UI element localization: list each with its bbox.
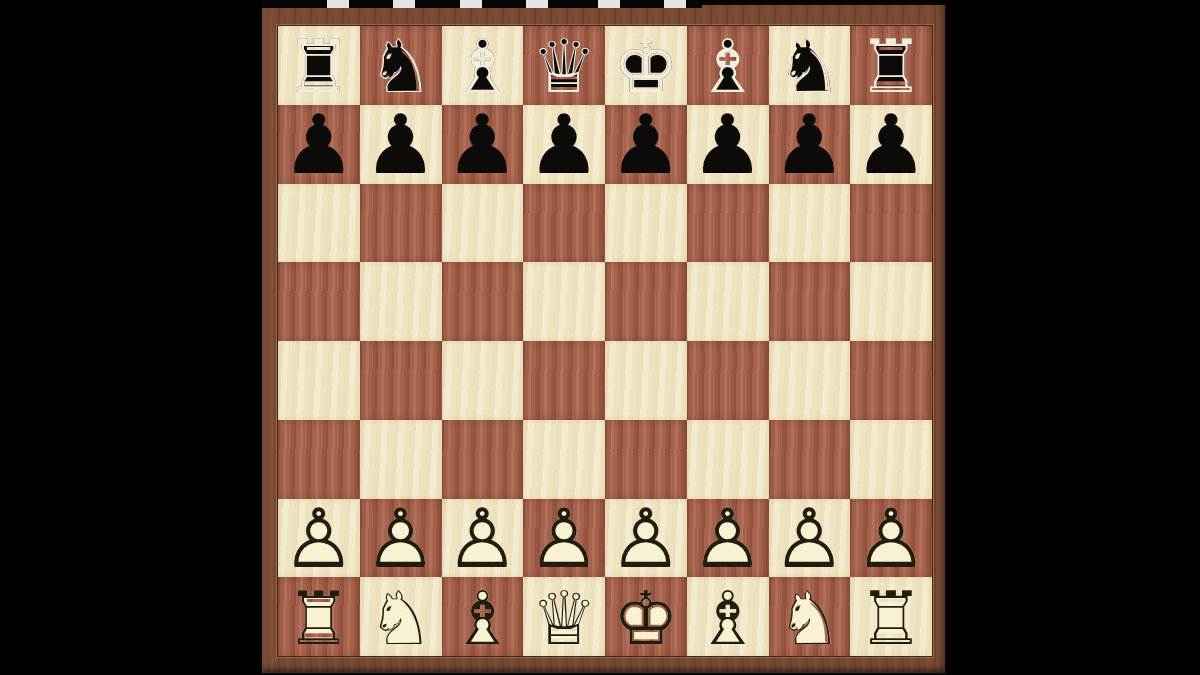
black-king-outline-icon: ♔: [605, 27, 687, 106]
square-d7[interactable]: ♟: [523, 105, 605, 184]
white-knight[interactable]: ♞♘: [769, 577, 851, 656]
black-pawn[interactable]: ♟: [360, 105, 442, 184]
white-bishop-outline-icon: ♗: [442, 578, 524, 657]
black-pawn[interactable]: ♟: [523, 105, 605, 184]
square-d1[interactable]: ♛♕: [523, 577, 605, 656]
square-c3[interactable]: [442, 420, 524, 499]
black-pawn-icon: ♟: [360, 106, 442, 185]
square-e2[interactable]: ♟♙: [605, 499, 687, 578]
square-b1[interactable]: ♞♘: [360, 577, 442, 656]
board-frame: ♜♖♞♘♝♗♛♕♚♔♝♗♞♘♜♖♟♟♟♟♟♟♟♟♟♙♟♙♟♙♟♙♟♙♟♙♟♙♟♙…: [262, 5, 945, 673]
square-e1[interactable]: ♚♔: [605, 577, 687, 656]
square-g8[interactable]: ♞♘: [769, 26, 851, 105]
white-pawn[interactable]: ♟♙: [769, 499, 851, 578]
white-rook-outline-icon: ♖: [850, 578, 932, 657]
white-bishop-outline-icon: ♗: [687, 578, 769, 657]
white-rook[interactable]: ♜♖: [278, 577, 360, 656]
black-pawn-icon: ♟: [850, 106, 932, 185]
black-bishop-outline-icon: ♗: [687, 27, 769, 106]
white-rook[interactable]: ♜♖: [850, 577, 932, 656]
square-h8[interactable]: ♜♖: [850, 26, 932, 105]
white-pawn-outline-icon: ♙: [605, 500, 687, 579]
white-rook-outline-icon: ♖: [278, 578, 360, 657]
square-c8[interactable]: ♝♗: [442, 26, 524, 105]
white-pawn[interactable]: ♟♙: [442, 499, 524, 578]
square-d5[interactable]: [523, 262, 605, 341]
square-h6[interactable]: [850, 184, 932, 263]
square-c5[interactable]: [442, 262, 524, 341]
square-h1[interactable]: ♜♖: [850, 577, 932, 656]
white-pawn[interactable]: ♟♙: [605, 499, 687, 578]
square-e5[interactable]: [605, 262, 687, 341]
white-pawn-outline-icon: ♙: [687, 500, 769, 579]
square-b6[interactable]: [360, 184, 442, 263]
square-e4[interactable]: [605, 341, 687, 420]
square-c2[interactable]: ♟♙: [442, 499, 524, 578]
square-a1[interactable]: ♜♖: [278, 577, 360, 656]
white-pawn-outline-icon: ♙: [360, 500, 442, 579]
square-f6[interactable]: [687, 184, 769, 263]
white-pawn-outline-icon: ♙: [278, 500, 360, 579]
white-knight-outline-icon: ♘: [360, 578, 442, 657]
square-a5[interactable]: [278, 262, 360, 341]
white-queen-outline-icon: ♕: [523, 578, 605, 657]
black-pawn[interactable]: ♟: [850, 105, 932, 184]
square-b2[interactable]: ♟♙: [360, 499, 442, 578]
square-a4[interactable]: [278, 341, 360, 420]
square-f8[interactable]: ♝♗: [687, 26, 769, 105]
cutoff-strip-gap: [526, 0, 548, 8]
square-g1[interactable]: ♞♘: [769, 577, 851, 656]
black-knight-outline-icon: ♘: [769, 27, 851, 106]
cutoff-strip-gap: [664, 0, 686, 8]
black-pawn[interactable]: ♟: [442, 105, 524, 184]
square-h7[interactable]: ♟: [850, 105, 932, 184]
square-b4[interactable]: [360, 341, 442, 420]
square-c7[interactable]: ♟: [442, 105, 524, 184]
black-knight-outline-icon: ♘: [360, 27, 442, 106]
white-pawn-outline-icon: ♙: [442, 500, 524, 579]
black-queen[interactable]: ♛♕: [523, 26, 605, 105]
square-g7[interactable]: ♟: [769, 105, 851, 184]
white-bishop[interactable]: ♝♗: [442, 577, 524, 656]
white-pawn[interactable]: ♟♙: [687, 499, 769, 578]
square-a7[interactable]: ♟: [278, 105, 360, 184]
square-d2[interactable]: ♟♙: [523, 499, 605, 578]
square-c6[interactable]: [442, 184, 524, 263]
square-g2[interactable]: ♟♙: [769, 499, 851, 578]
square-a6[interactable]: [278, 184, 360, 263]
black-pawn[interactable]: ♟: [278, 105, 360, 184]
black-pawn[interactable]: ♟: [687, 105, 769, 184]
square-b8[interactable]: ♞♘: [360, 26, 442, 105]
cutoff-strip-gap: [393, 0, 415, 8]
black-rook[interactable]: ♜♖: [278, 26, 360, 105]
square-e7[interactable]: ♟: [605, 105, 687, 184]
black-pawn[interactable]: ♟: [769, 105, 851, 184]
square-g6[interactable]: [769, 184, 851, 263]
black-bishop-outline-icon: ♗: [442, 27, 524, 106]
square-e8[interactable]: ♚♔: [605, 26, 687, 105]
white-king[interactable]: ♚♔: [605, 577, 687, 656]
white-pawn[interactable]: ♟♙: [278, 499, 360, 578]
square-f2[interactable]: ♟♙: [687, 499, 769, 578]
black-rook-outline-icon: ♖: [278, 27, 360, 106]
white-knight[interactable]: ♞♘: [360, 577, 442, 656]
square-g4[interactable]: [769, 341, 851, 420]
square-b5[interactable]: [360, 262, 442, 341]
white-bishop[interactable]: ♝♗: [687, 577, 769, 656]
black-bishop[interactable]: ♝♗: [687, 26, 769, 105]
square-b7[interactable]: ♟: [360, 105, 442, 184]
white-knight-outline-icon: ♘: [769, 578, 851, 657]
square-a3[interactable]: [278, 420, 360, 499]
cutoff-strip-gap: [598, 0, 620, 8]
square-c4[interactable]: [442, 341, 524, 420]
cutoff-strip-gap: [327, 0, 349, 8]
black-pawn-icon: ♟: [605, 106, 687, 185]
square-a8[interactable]: ♜♖: [278, 26, 360, 105]
cutoff-strip: [262, 0, 702, 8]
black-pawn-icon: ♟: [769, 106, 851, 185]
black-pawn-icon: ♟: [523, 106, 605, 185]
black-bishop[interactable]: ♝♗: [442, 26, 524, 105]
square-e6[interactable]: [605, 184, 687, 263]
square-f3[interactable]: [687, 420, 769, 499]
black-pawn-icon: ♟: [442, 106, 524, 185]
square-h4[interactable]: [850, 341, 932, 420]
square-d3[interactable]: [523, 420, 605, 499]
black-rook-outline-icon: ♖: [850, 27, 932, 106]
square-e3[interactable]: [605, 420, 687, 499]
black-king[interactable]: ♚♔: [605, 26, 687, 105]
black-queen-outline-icon: ♕: [523, 27, 605, 106]
square-g5[interactable]: [769, 262, 851, 341]
black-knight[interactable]: ♞♘: [769, 26, 851, 105]
white-king-outline-icon: ♔: [605, 578, 687, 657]
black-rook[interactable]: ♜♖: [850, 26, 932, 105]
black-pawn-icon: ♟: [687, 106, 769, 185]
white-pawn[interactable]: ♟♙: [850, 499, 932, 578]
white-pawn[interactable]: ♟♙: [523, 499, 605, 578]
white-pawn-outline-icon: ♙: [850, 500, 932, 579]
cutoff-strip-gap: [460, 0, 482, 8]
white-pawn-outline-icon: ♙: [769, 500, 851, 579]
black-knight[interactable]: ♞♘: [360, 26, 442, 105]
square-f5[interactable]: [687, 262, 769, 341]
square-c1[interactable]: ♝♗: [442, 577, 524, 656]
black-pawn[interactable]: ♟: [605, 105, 687, 184]
square-a2[interactable]: ♟♙: [278, 499, 360, 578]
white-queen[interactable]: ♛♕: [523, 577, 605, 656]
square-d4[interactable]: [523, 341, 605, 420]
square-f7[interactable]: ♟: [687, 105, 769, 184]
square-h2[interactable]: ♟♙: [850, 499, 932, 578]
square-h5[interactable]: [850, 262, 932, 341]
black-pawn-icon: ♟: [278, 106, 360, 185]
chess-board: ♜♖♞♘♝♗♛♕♚♔♝♗♞♘♜♖♟♟♟♟♟♟♟♟♟♙♟♙♟♙♟♙♟♙♟♙♟♙♟♙…: [278, 26, 932, 656]
square-h3[interactable]: [850, 420, 932, 499]
square-f1[interactable]: ♝♗: [687, 577, 769, 656]
white-pawn[interactable]: ♟♙: [360, 499, 442, 578]
square-f4[interactable]: [687, 341, 769, 420]
square-b3[interactable]: [360, 420, 442, 499]
square-g3[interactable]: [769, 420, 851, 499]
white-pawn-outline-icon: ♙: [523, 500, 605, 579]
square-d6[interactable]: [523, 184, 605, 263]
square-d8[interactable]: ♛♕: [523, 26, 605, 105]
